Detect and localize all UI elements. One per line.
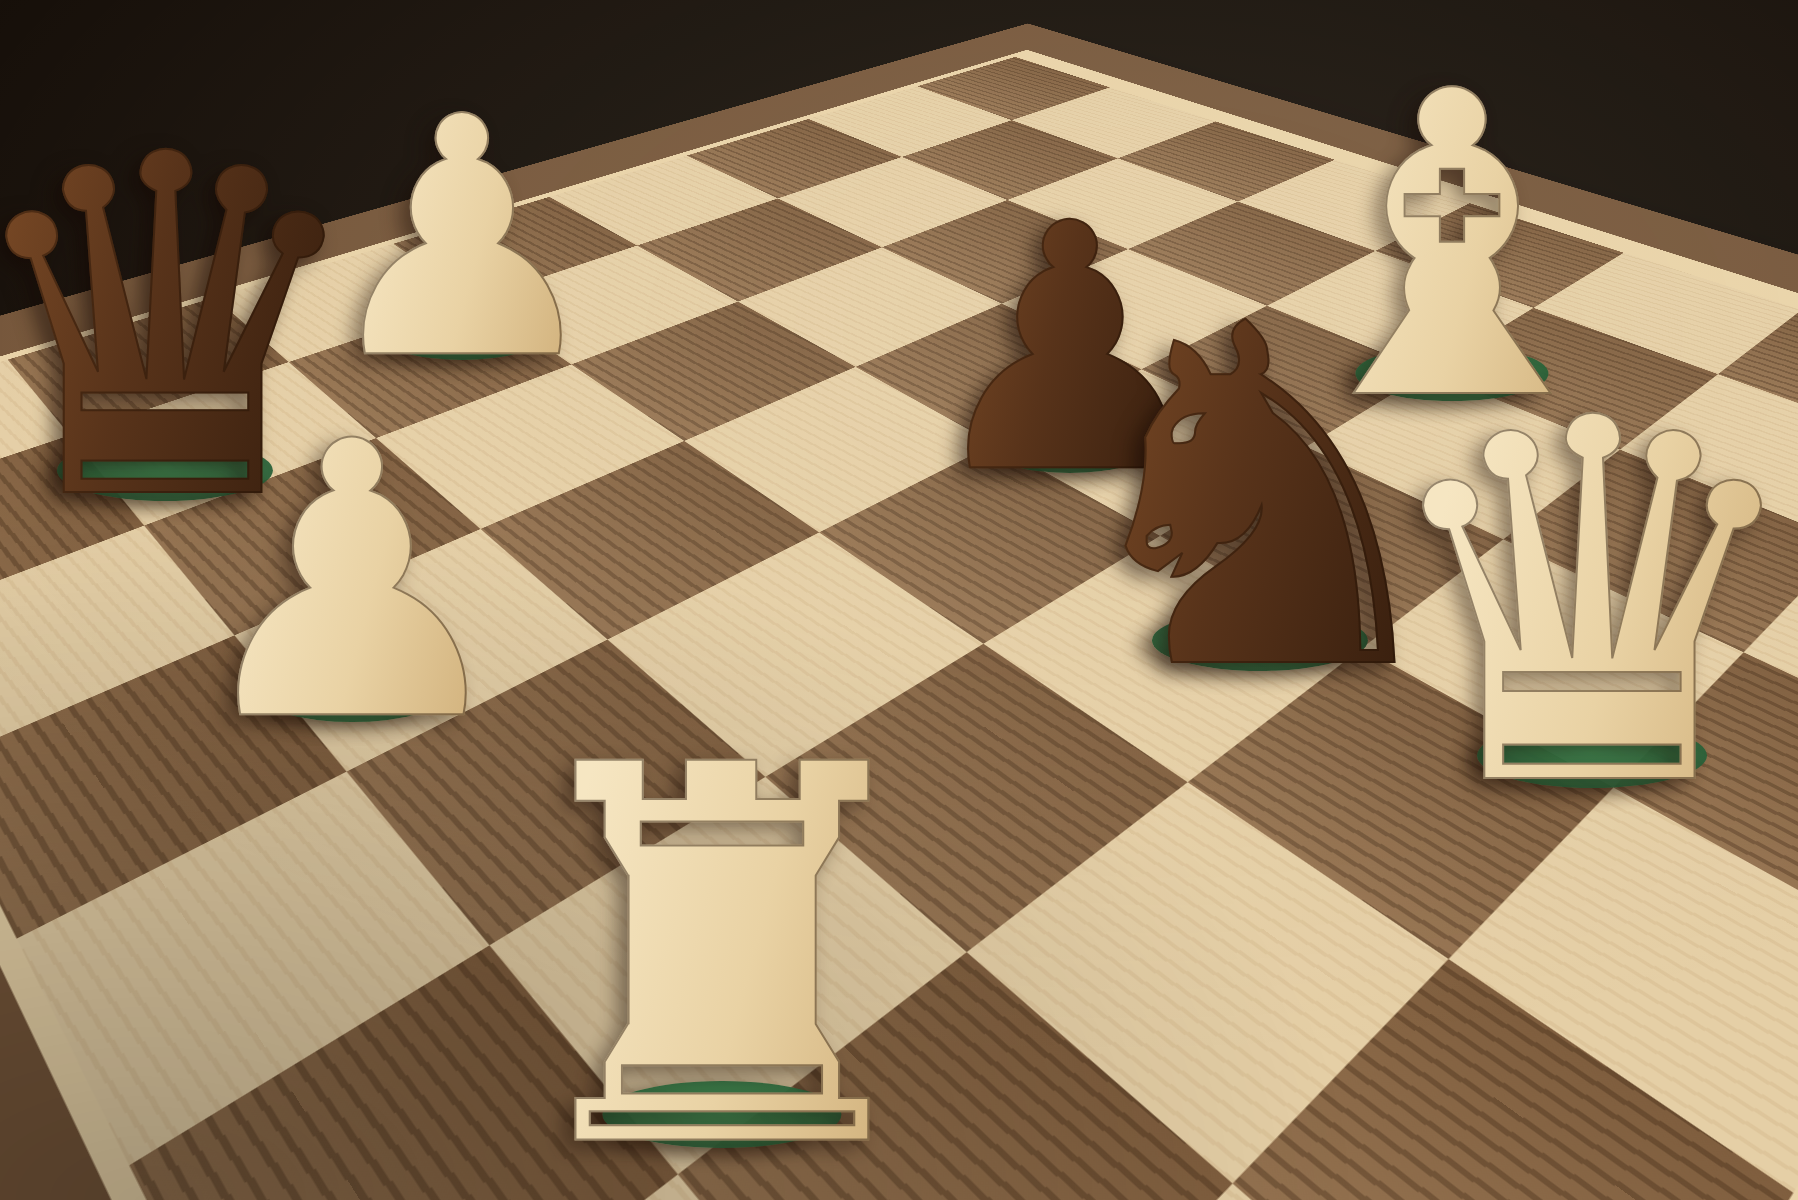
chessboard-photo-scene: ♛♟♟♜♟♞♝♛ bbox=[0, 0, 1798, 1200]
white-pawn-a5-a5[interactable]: ♟ bbox=[182, 393, 523, 773]
white-queen-f1[interactable]: ♛ bbox=[1368, 355, 1798, 855]
white-rook-a3[interactable]: ♜ bbox=[489, 699, 955, 1200]
